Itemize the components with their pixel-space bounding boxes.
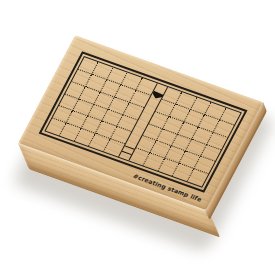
double-bar-mark [122, 146, 135, 156]
product-photo: #creating stamp life [0, 0, 275, 275]
fishtail-mark [150, 91, 164, 101]
